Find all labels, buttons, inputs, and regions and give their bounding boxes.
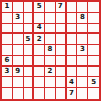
- cell-r1c1[interactable]: 1: [2, 2, 13, 13]
- cell-r4c5[interactable]: [45, 34, 56, 45]
- cell-r1c4[interactable]: 5: [34, 2, 45, 13]
- cell-r8c6[interactable]: [56, 77, 67, 88]
- cell-r7c9[interactable]: [88, 67, 99, 78]
- cell-r3c3[interactable]: [24, 24, 35, 35]
- cell-r8c3[interactable]: [24, 77, 35, 88]
- given-digit: 8: [48, 46, 53, 53]
- given-digit: 3: [4, 68, 9, 75]
- cell-r5c1[interactable]: [2, 45, 13, 56]
- given-digit: 6: [4, 57, 9, 64]
- cell-r3c4[interactable]: 4: [34, 24, 45, 35]
- cell-r2c8[interactable]: 8: [77, 13, 88, 24]
- given-digit: 3: [15, 14, 20, 21]
- cell-r6c5[interactable]: [45, 56, 56, 67]
- cell-r7c2[interactable]: 9: [13, 67, 24, 78]
- cell-r7c7[interactable]: [67, 67, 78, 78]
- cell-r8c9[interactable]: 5: [88, 77, 99, 88]
- given-digit: 3: [80, 46, 85, 53]
- cell-r6c9[interactable]: [88, 56, 99, 67]
- given-digit: 5: [37, 3, 42, 10]
- cell-r3c2[interactable]: [13, 24, 24, 35]
- cell-r7c6[interactable]: [56, 67, 67, 78]
- cell-r9c3[interactable]: [24, 88, 35, 99]
- cell-r9c8[interactable]: [77, 88, 88, 99]
- cell-r5c4[interactable]: [34, 45, 45, 56]
- cell-r4c2[interactable]: [13, 34, 24, 45]
- cell-r1c5[interactable]: [45, 2, 56, 13]
- cell-r8c5[interactable]: [45, 77, 56, 88]
- given-digit: 9: [15, 68, 20, 75]
- cell-r9c4[interactable]: [34, 88, 45, 99]
- cell-r7c4[interactable]: [34, 67, 45, 78]
- cell-r1c7[interactable]: [67, 2, 78, 13]
- cell-r7c5[interactable]: 2: [45, 67, 56, 78]
- cell-r2c9[interactable]: [88, 13, 99, 24]
- given-digit: 7: [58, 3, 63, 10]
- cell-r7c3[interactable]: [24, 67, 35, 78]
- given-digit: 2: [48, 68, 53, 75]
- cell-r7c1[interactable]: 3: [2, 67, 13, 78]
- cell-r7c8[interactable]: [77, 67, 88, 78]
- given-digit: 4: [69, 79, 74, 86]
- cell-r1c6[interactable]: 7: [56, 2, 67, 13]
- cell-r2c6[interactable]: [56, 13, 67, 24]
- cell-r6c6[interactable]: [56, 56, 67, 67]
- cell-r2c5[interactable]: [45, 13, 56, 24]
- cell-r5c9[interactable]: [88, 45, 99, 56]
- cell-r9c7[interactable]: 7: [67, 88, 78, 99]
- given-digit: 4: [37, 24, 42, 31]
- cell-r9c9[interactable]: [88, 88, 99, 99]
- cell-r2c2[interactable]: 3: [13, 13, 24, 24]
- cell-r8c7[interactable]: 4: [67, 77, 78, 88]
- cell-r6c2[interactable]: [13, 56, 24, 67]
- cell-r4c8[interactable]: [77, 34, 88, 45]
- cell-r4c1[interactable]: [2, 34, 13, 45]
- given-digit: 5: [91, 79, 96, 86]
- cell-r6c7[interactable]: [67, 56, 78, 67]
- cell-r3c8[interactable]: [77, 24, 88, 35]
- given-digit: 8: [80, 14, 85, 21]
- cell-r4c7[interactable]: [67, 34, 78, 45]
- cell-r1c3[interactable]: [24, 2, 35, 13]
- cell-r8c2[interactable]: [13, 77, 24, 88]
- cell-r9c6[interactable]: [56, 88, 67, 99]
- cell-r4c9[interactable]: [88, 34, 99, 45]
- cell-r3c7[interactable]: [67, 24, 78, 35]
- cell-r9c2[interactable]: [13, 88, 24, 99]
- given-digit: 1: [4, 3, 9, 10]
- cell-r6c8[interactable]: [77, 56, 88, 67]
- sudoku-board: 15738452836392457: [0, 0, 101, 101]
- cell-r3c1[interactable]: [2, 24, 13, 35]
- cell-r1c8[interactable]: [77, 2, 88, 13]
- cell-r5c3[interactable]: [24, 45, 35, 56]
- cell-r1c2[interactable]: [13, 2, 24, 13]
- cell-r4c4[interactable]: 2: [34, 34, 45, 45]
- cell-r3c5[interactable]: [45, 24, 56, 35]
- cell-r1c9[interactable]: [88, 2, 99, 13]
- cell-r2c4[interactable]: [34, 13, 45, 24]
- cell-r5c8[interactable]: 3: [77, 45, 88, 56]
- given-digit: 7: [69, 90, 74, 97]
- cell-r6c1[interactable]: 6: [2, 56, 13, 67]
- cell-r8c4[interactable]: [34, 77, 45, 88]
- cell-r9c5[interactable]: [45, 88, 56, 99]
- cell-r5c6[interactable]: [56, 45, 67, 56]
- given-digit: 2: [37, 36, 42, 43]
- cell-r3c9[interactable]: [88, 24, 99, 35]
- cell-r2c3[interactable]: [24, 13, 35, 24]
- cell-r5c5[interactable]: 8: [45, 45, 56, 56]
- cell-r8c8[interactable]: [77, 77, 88, 88]
- cell-r2c7[interactable]: [67, 13, 78, 24]
- cell-r5c2[interactable]: [13, 45, 24, 56]
- cell-r3c6[interactable]: [56, 24, 67, 35]
- cell-r5c7[interactable]: [67, 45, 78, 56]
- cell-r6c3[interactable]: [24, 56, 35, 67]
- given-digit: 5: [26, 36, 31, 43]
- cell-r4c6[interactable]: [56, 34, 67, 45]
- cell-r4c3[interactable]: 5: [24, 34, 35, 45]
- cell-r2c1[interactable]: [2, 13, 13, 24]
- cell-r6c4[interactable]: [34, 56, 45, 67]
- cell-r8c1[interactable]: [2, 77, 13, 88]
- cell-r9c1[interactable]: [2, 88, 13, 99]
